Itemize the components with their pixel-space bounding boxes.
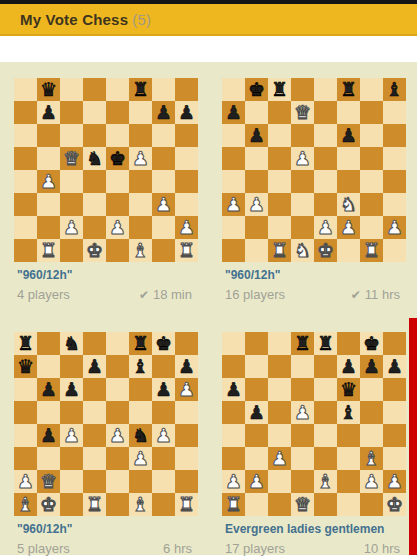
board-square: ♟	[60, 378, 83, 401]
chess-board[interactable]: ♛♜♟♟♟♛♞♚♟♟♟♟♟♟♜♚♝♜	[14, 78, 198, 262]
board-square	[175, 447, 198, 470]
check-icon: ✔	[351, 288, 361, 302]
board-square: ♜	[268, 78, 291, 101]
board-square	[175, 78, 198, 101]
board-square: ♟	[291, 401, 314, 424]
board-square: ♚	[360, 332, 383, 355]
board-square	[337, 493, 360, 516]
board-square: ♝	[129, 355, 152, 378]
board-square: ♟	[222, 101, 245, 124]
board-square	[291, 447, 314, 470]
board-square	[268, 332, 291, 355]
piece-white-pawn: ♟	[129, 447, 152, 470]
board-square: ♟	[245, 124, 268, 147]
piece-black-pawn: ♟	[337, 355, 360, 378]
piece-white-pawn: ♟	[314, 216, 337, 239]
game-card: ♜♜♚♟♟♟♟♛♟♟♝♟♝♟♟♝♟♟♜♛♚ Evergreen ladies g…	[222, 332, 406, 556]
board-square	[245, 170, 268, 193]
board-square	[383, 147, 406, 170]
board-square	[360, 216, 383, 239]
board-square: ♟	[245, 401, 268, 424]
board-square: ♟	[152, 101, 175, 124]
board-square	[337, 239, 360, 262]
piece-white-bishop: ♝	[129, 493, 152, 516]
board-square: ♟	[129, 147, 152, 170]
board-square	[268, 355, 291, 378]
board-square	[60, 470, 83, 493]
board-square	[14, 170, 37, 193]
board-square	[106, 170, 129, 193]
board-square: ♛	[337, 378, 360, 401]
game-count-badge: (5)	[132, 11, 151, 28]
piece-white-pawn: ♟	[245, 193, 268, 216]
board-square	[360, 101, 383, 124]
time-text: 18 min	[153, 287, 192, 302]
piece-white-rook: ♜	[175, 493, 198, 516]
piece-white-king: ♚	[83, 239, 106, 262]
board-square: ♟	[360, 470, 383, 493]
game-card: ♚♜♜♝♟♛♟♟♟♟♟♞♟♟♟♜♞♚♜ "960/12h" 16 players…	[222, 78, 406, 302]
board-square	[360, 193, 383, 216]
board-square: ♟	[245, 193, 268, 216]
board-square: ♟	[37, 170, 60, 193]
piece-black-king: ♚	[245, 78, 268, 101]
board-square	[14, 124, 37, 147]
board-square: ♟	[37, 378, 60, 401]
board-square	[314, 193, 337, 216]
board-square	[268, 216, 291, 239]
board-square: ♝	[129, 493, 152, 516]
board-square	[106, 78, 129, 101]
board-square: ♟	[222, 193, 245, 216]
board-square	[222, 332, 245, 355]
board-square	[337, 447, 360, 470]
board-square	[291, 355, 314, 378]
board-square: ♟	[337, 216, 360, 239]
piece-black-pawn: ♟	[37, 424, 60, 447]
board-square: ♟	[245, 470, 268, 493]
piece-white-king: ♚	[314, 239, 337, 262]
board-square: ♟	[152, 378, 175, 401]
board-square	[129, 193, 152, 216]
board-square: ♜	[14, 332, 37, 355]
board-square	[383, 447, 406, 470]
board-square	[314, 424, 337, 447]
time-remaining: ✔11 hrs	[351, 287, 400, 302]
board-square	[245, 239, 268, 262]
board-square: ♜	[175, 493, 198, 516]
page-title: My Vote Chess(5)	[20, 11, 151, 28]
board-square	[360, 124, 383, 147]
board-square	[14, 378, 37, 401]
piece-white-rook: ♜	[175, 239, 198, 262]
piece-white-bishop: ♝	[360, 447, 383, 470]
board-square	[83, 216, 106, 239]
board-square	[83, 101, 106, 124]
board-square: ♟	[14, 470, 37, 493]
board-square	[129, 401, 152, 424]
piece-white-queen: ♛	[60, 147, 83, 170]
board-square: ♟	[222, 470, 245, 493]
board-square	[291, 170, 314, 193]
board-square	[106, 101, 129, 124]
time-text: 6 hrs	[163, 541, 192, 556]
board-square	[291, 124, 314, 147]
board-square	[222, 147, 245, 170]
piece-black-pawn: ♟	[175, 355, 198, 378]
piece-black-pawn: ♟	[37, 378, 60, 401]
board-square	[152, 401, 175, 424]
board-square	[37, 401, 60, 424]
board-square: ♝	[314, 470, 337, 493]
piece-black-rook: ♜	[268, 78, 291, 101]
board-square: ♟	[291, 147, 314, 170]
game-title-link[interactable]: "960/12h"	[17, 268, 198, 282]
board-square	[37, 193, 60, 216]
piece-white-pawn: ♟	[106, 216, 129, 239]
board-square	[60, 78, 83, 101]
piece-white-pawn: ♟	[37, 170, 60, 193]
piece-white-bishop: ♝	[129, 239, 152, 262]
board-square	[175, 332, 198, 355]
player-count: 4 players	[17, 287, 70, 302]
board-square	[383, 101, 406, 124]
board-square	[152, 147, 175, 170]
game-title-link[interactable]: "960/12h"	[225, 268, 406, 282]
board-square: ♛	[37, 78, 60, 101]
board-square	[83, 332, 106, 355]
board-square: ♟	[383, 470, 406, 493]
board-square	[60, 447, 83, 470]
piece-black-rook: ♜	[337, 78, 360, 101]
board-square	[60, 101, 83, 124]
board-square	[83, 170, 106, 193]
board-square: ♚	[383, 493, 406, 516]
board-square	[291, 193, 314, 216]
time-text: 10 hrs	[364, 541, 400, 556]
piece-white-pawn: ♟	[60, 424, 83, 447]
piece-black-rook: ♜	[314, 332, 337, 355]
piece-black-rook: ♜	[129, 78, 152, 101]
board-square	[152, 78, 175, 101]
board-square	[383, 124, 406, 147]
piece-white-rook: ♜	[37, 239, 60, 262]
piece-white-pawn: ♟	[337, 216, 360, 239]
board-square	[83, 378, 106, 401]
board-square	[37, 216, 60, 239]
board-square	[268, 124, 291, 147]
board-square	[268, 401, 291, 424]
piece-white-bishop: ♝	[14, 493, 37, 516]
game-meta: 4 players ✔18 min	[17, 287, 195, 302]
piece-black-pawn: ♟	[383, 355, 406, 378]
board-square	[222, 424, 245, 447]
board-square: ♟	[129, 447, 152, 470]
section-header: My Vote Chess(5)	[0, 4, 417, 36]
board-square	[383, 239, 406, 262]
board-square: ♜	[175, 239, 198, 262]
board-square: ♟	[152, 424, 175, 447]
board-square: ♜	[337, 78, 360, 101]
board-square	[175, 424, 198, 447]
piece-black-bishop: ♝	[129, 355, 152, 378]
board-square	[129, 124, 152, 147]
piece-black-pawn: ♟	[245, 124, 268, 147]
piece-white-pawn: ♟	[106, 424, 129, 447]
board-square: ♟	[175, 355, 198, 378]
board-square	[222, 447, 245, 470]
chess-board[interactable]: ♚♜♜♝♟♛♟♟♟♟♟♞♟♟♟♜♞♚♜	[222, 78, 406, 262]
piece-black-pawn: ♟	[222, 101, 245, 124]
board-square	[314, 378, 337, 401]
board-square: ♟	[106, 216, 129, 239]
board-square	[60, 124, 83, 147]
board-square	[129, 378, 152, 401]
piece-black-king: ♚	[106, 147, 129, 170]
board-square	[175, 193, 198, 216]
board-square	[222, 170, 245, 193]
game-meta: 5 players 6 hrs	[17, 541, 195, 556]
board-square	[14, 193, 37, 216]
board-square	[268, 101, 291, 124]
board-square	[222, 401, 245, 424]
time-remaining: ✔18 min	[139, 287, 192, 302]
board-square	[268, 193, 291, 216]
board-square	[14, 239, 37, 262]
board-square	[383, 378, 406, 401]
piece-black-pawn: ♟	[360, 355, 383, 378]
board-square	[152, 216, 175, 239]
board-square	[14, 401, 37, 424]
board-square	[14, 78, 37, 101]
time-remaining: 6 hrs	[163, 541, 192, 556]
piece-black-knight: ♞	[60, 332, 83, 355]
board-square	[314, 401, 337, 424]
board-square: ♞	[60, 332, 83, 355]
board-square	[314, 147, 337, 170]
board-square	[314, 124, 337, 147]
board-square	[314, 101, 337, 124]
board-square	[106, 124, 129, 147]
game-title-link[interactable]: "960/12h"	[17, 522, 198, 536]
board-square	[60, 170, 83, 193]
piece-black-pawn: ♟	[83, 355, 106, 378]
game-title-link[interactable]: Evergreen ladies gentlemen	[225, 522, 406, 536]
board-square	[14, 424, 37, 447]
piece-white-pawn: ♟	[60, 216, 83, 239]
board-square	[222, 216, 245, 239]
piece-black-pawn: ♟	[152, 378, 175, 401]
board-square	[291, 470, 314, 493]
board-square	[106, 470, 129, 493]
alert-bar	[409, 318, 417, 555]
piece-white-pawn: ♟	[14, 470, 37, 493]
board-square	[106, 378, 129, 401]
board-square: ♟	[268, 447, 291, 470]
piece-black-pawn: ♟	[152, 101, 175, 124]
board-square	[175, 470, 198, 493]
board-square	[106, 239, 129, 262]
board-square: ♜	[314, 332, 337, 355]
game-meta: 16 players ✔11 hrs	[225, 287, 403, 302]
board-square	[83, 193, 106, 216]
board-square: ♛	[60, 147, 83, 170]
board-square	[314, 78, 337, 101]
piece-white-pawn: ♟	[152, 193, 175, 216]
board-square	[83, 470, 106, 493]
board-square	[383, 170, 406, 193]
board-square	[222, 239, 245, 262]
board-square	[337, 101, 360, 124]
board-square: ♜	[360, 239, 383, 262]
board-square	[360, 401, 383, 424]
board-square	[245, 493, 268, 516]
piece-black-queen: ♛	[14, 355, 37, 378]
board-square	[314, 355, 337, 378]
board-square: ♚	[245, 78, 268, 101]
piece-white-queen: ♛	[37, 470, 60, 493]
board-square	[222, 355, 245, 378]
board-square	[245, 447, 268, 470]
board-square: ♛	[291, 101, 314, 124]
board-square	[152, 493, 175, 516]
board-square: ♟	[175, 101, 198, 124]
board-square	[129, 216, 152, 239]
board-square	[37, 147, 60, 170]
player-count: 5 players	[17, 541, 70, 556]
board-square: ♜	[222, 493, 245, 516]
board-square	[222, 124, 245, 147]
board-square: ♟	[383, 216, 406, 239]
board-square	[60, 493, 83, 516]
piece-white-king: ♚	[383, 493, 406, 516]
board-square	[314, 170, 337, 193]
piece-white-king: ♚	[37, 493, 60, 516]
board-square: ♚	[152, 332, 175, 355]
board-square	[60, 239, 83, 262]
piece-white-queen: ♛	[291, 101, 314, 124]
board-square	[245, 378, 268, 401]
board-square	[37, 355, 60, 378]
board-square: ♞	[337, 193, 360, 216]
piece-black-pawn: ♟	[245, 401, 268, 424]
board-square: ♞	[129, 424, 152, 447]
board-square: ♟	[60, 424, 83, 447]
board-square	[106, 332, 129, 355]
page: My Vote Chess(5) ♛♜♟♟♟♛♞♚♟♟♟♟♟♟♜♚♝♜ "960…	[0, 0, 417, 559]
board-square	[268, 424, 291, 447]
board-square: ♝	[360, 447, 383, 470]
piece-white-pawn: ♟	[268, 447, 291, 470]
board-square	[245, 101, 268, 124]
board-square	[37, 332, 60, 355]
piece-black-king: ♚	[360, 332, 383, 355]
piece-black-pawn: ♟	[175, 101, 198, 124]
board-square: ♜	[83, 493, 106, 516]
board-square: ♚	[83, 239, 106, 262]
board-square	[245, 355, 268, 378]
board-square	[129, 170, 152, 193]
piece-white-pawn: ♟	[175, 216, 198, 239]
piece-white-knight: ♞	[337, 193, 360, 216]
board-square: ♞	[83, 147, 106, 170]
piece-white-pawn: ♟	[222, 193, 245, 216]
board-square	[291, 378, 314, 401]
board-square	[60, 355, 83, 378]
piece-white-pawn: ♟	[383, 216, 406, 239]
board-square	[222, 78, 245, 101]
piece-black-bishop: ♝	[337, 401, 360, 424]
board-square	[37, 447, 60, 470]
board-square: ♟	[37, 424, 60, 447]
board-square	[268, 493, 291, 516]
board-square	[106, 355, 129, 378]
board-square	[268, 147, 291, 170]
board-square: ♚	[106, 147, 129, 170]
board-square	[106, 193, 129, 216]
board-square	[268, 170, 291, 193]
board-square	[268, 470, 291, 493]
board-square	[83, 447, 106, 470]
player-count: 16 players	[225, 287, 285, 302]
player-count: 17 players	[225, 541, 285, 556]
board-square: ♚	[314, 239, 337, 262]
piece-black-knight: ♞	[129, 424, 152, 447]
board-square	[360, 170, 383, 193]
piece-white-knight: ♞	[291, 239, 314, 262]
game-card: ♛♜♟♟♟♛♞♚♟♟♟♟♟♟♜♚♝♜ "960/12h" 4 players ✔…	[14, 78, 198, 302]
board-square	[14, 447, 37, 470]
chess-board[interactable]: ♜♜♚♟♟♟♟♛♟♟♝♟♝♟♟♝♟♟♜♛♚	[222, 332, 406, 516]
board-square	[383, 332, 406, 355]
board-square: ♜	[291, 332, 314, 355]
board-square	[106, 401, 129, 424]
board-square	[383, 193, 406, 216]
piece-black-pawn: ♟	[337, 124, 360, 147]
board-square: ♜	[129, 78, 152, 101]
board-square: ♟	[337, 355, 360, 378]
board-square	[152, 170, 175, 193]
board-square: ♟	[175, 216, 198, 239]
board-square	[14, 101, 37, 124]
board-square	[291, 424, 314, 447]
piece-black-king: ♚	[152, 332, 175, 355]
board-square	[245, 424, 268, 447]
board-square	[83, 401, 106, 424]
board-square: ♟	[222, 378, 245, 401]
piece-black-pawn: ♟	[222, 378, 245, 401]
piece-black-pawn: ♟	[37, 101, 60, 124]
board-square	[360, 378, 383, 401]
piece-white-pawn: ♟	[383, 470, 406, 493]
board-square	[314, 493, 337, 516]
board-square: ♜	[268, 239, 291, 262]
board-square	[83, 124, 106, 147]
board-square: ♝	[14, 493, 37, 516]
piece-white-pawn: ♟	[152, 424, 175, 447]
page-title-text: My Vote Chess	[20, 11, 128, 28]
time-remaining: 10 hrs	[364, 541, 400, 556]
board-square	[106, 447, 129, 470]
chess-board[interactable]: ♜♞♜♚♛♟♝♟♟♟♟♟♟♟♟♞♟♟♟♛♝♚♜♝♜	[14, 332, 198, 516]
piece-black-queen: ♛	[337, 378, 360, 401]
board-square	[337, 170, 360, 193]
board-square	[152, 470, 175, 493]
board-square: ♟	[360, 355, 383, 378]
piece-white-pawn: ♟	[291, 147, 314, 170]
board-square: ♝	[337, 401, 360, 424]
board-square	[175, 147, 198, 170]
